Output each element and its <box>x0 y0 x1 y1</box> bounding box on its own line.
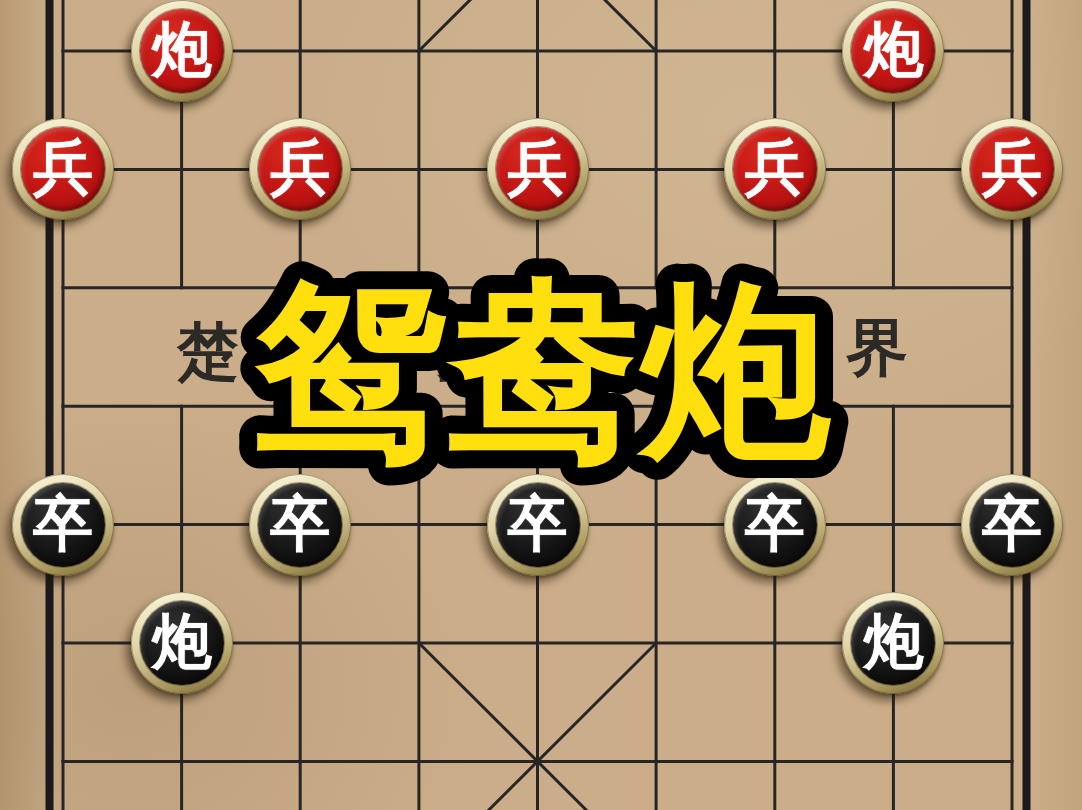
title-overlay: 鸳鸯炮 <box>0 0 1082 810</box>
title-text: 鸳鸯炮 <box>254 261 833 482</box>
xiangqi-screenshot: 楚 河 漢 界 炮炮兵兵兵兵兵卒卒卒卒炮卒炮 鸳鸯炮 <box>0 0 1082 810</box>
